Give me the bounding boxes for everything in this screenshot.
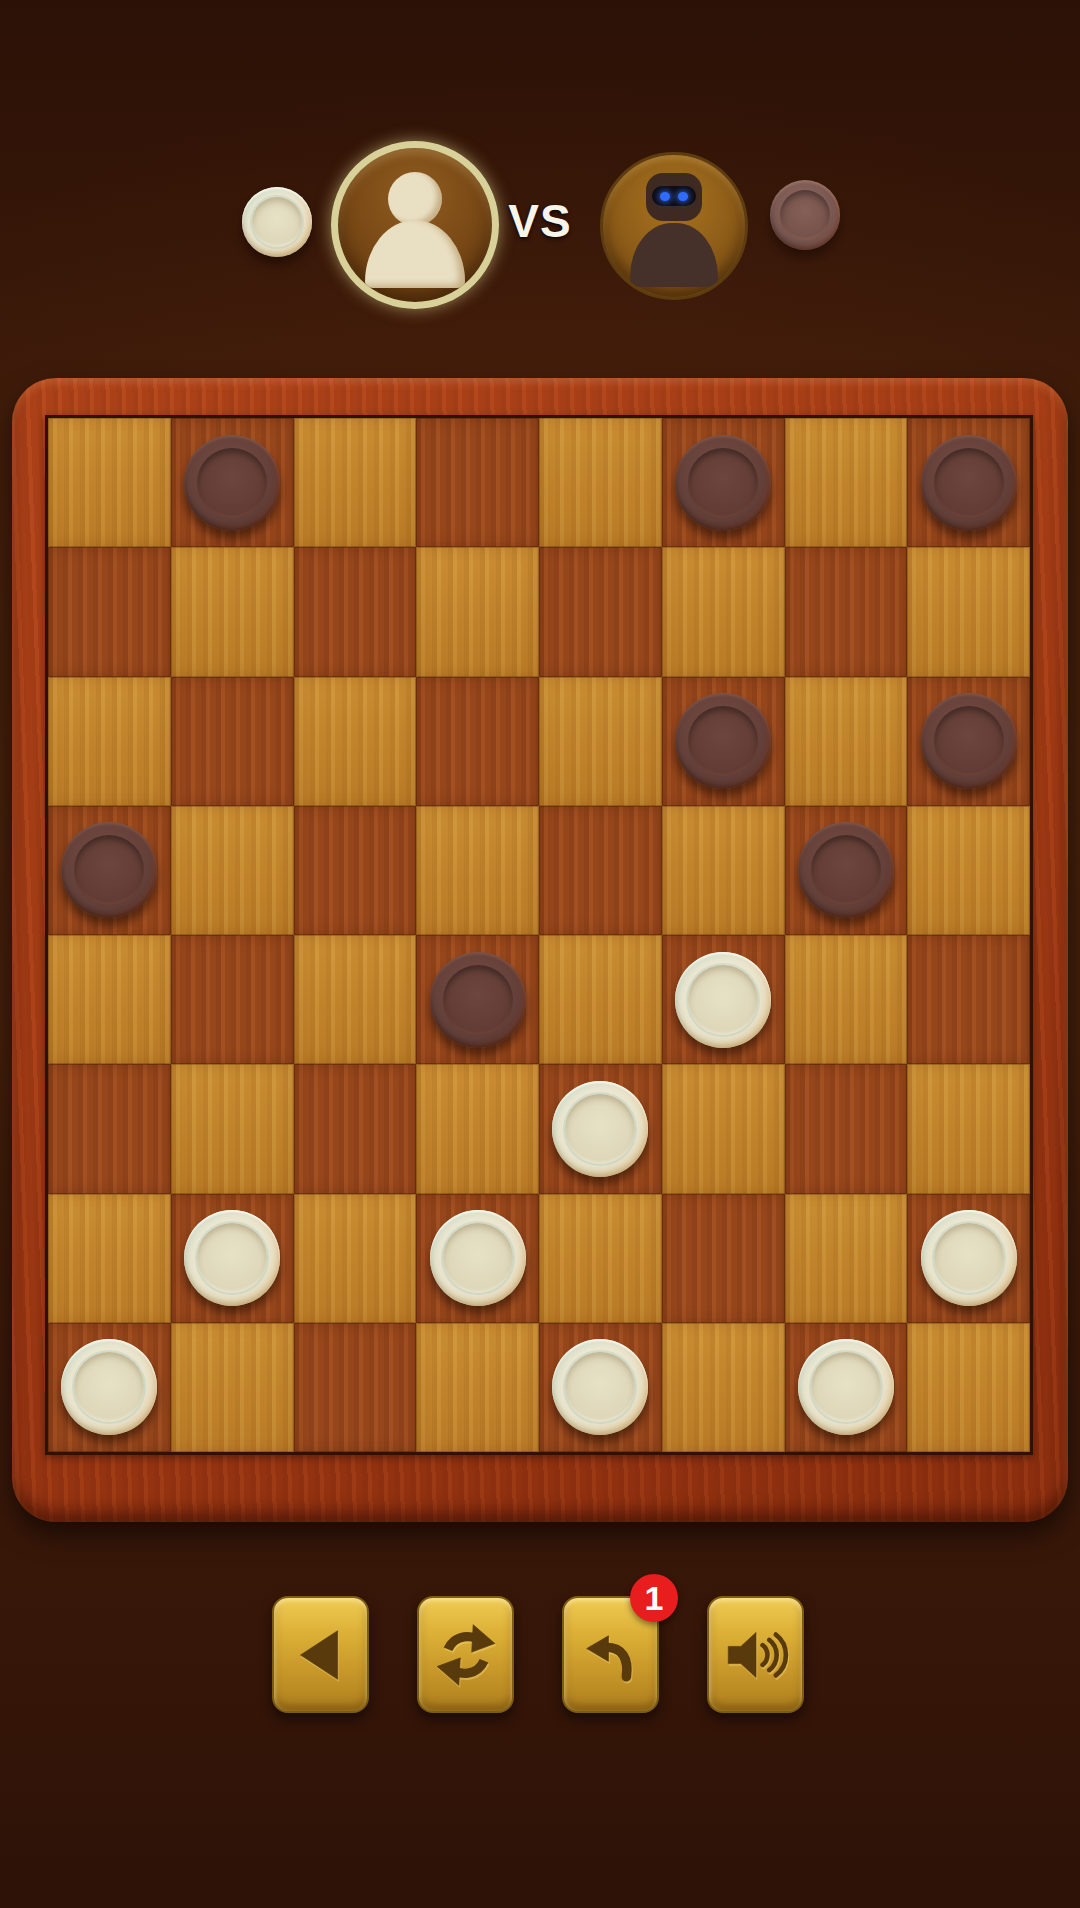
square-d2[interactable] (416, 1194, 539, 1323)
square-e8[interactable] (539, 418, 662, 547)
person-body-icon (365, 220, 465, 288)
square-e2[interactable] (539, 1194, 662, 1323)
square-g6[interactable] (785, 677, 908, 806)
square-a6[interactable] (48, 677, 171, 806)
square-d1[interactable] (416, 1323, 539, 1452)
square-h8[interactable] (907, 418, 1030, 547)
square-g4[interactable] (785, 935, 908, 1064)
square-g7[interactable] (785, 547, 908, 676)
square-a7[interactable] (48, 547, 171, 676)
dark-piece[interactable] (921, 435, 1017, 531)
square-a5[interactable] (48, 806, 171, 935)
restart-button[interactable] (417, 1596, 514, 1713)
square-a1[interactable] (48, 1323, 171, 1452)
square-g8[interactable] (785, 418, 908, 547)
white-checker-tray-piece (242, 187, 312, 257)
dark-piece[interactable] (184, 435, 280, 531)
square-b7[interactable] (171, 547, 294, 676)
square-g2[interactable] (785, 1194, 908, 1323)
square-e5[interactable] (539, 806, 662, 935)
square-f7[interactable] (662, 547, 785, 676)
white-piece[interactable] (921, 1210, 1017, 1306)
square-g5[interactable] (785, 806, 908, 935)
square-h5[interactable] (907, 806, 1030, 935)
dark-piece[interactable] (675, 435, 771, 531)
back-button[interactable] (272, 1596, 369, 1713)
square-b6[interactable] (171, 677, 294, 806)
square-b8[interactable] (171, 418, 294, 547)
square-c6[interactable] (294, 677, 417, 806)
square-b1[interactable] (171, 1323, 294, 1452)
robot-visor (652, 186, 696, 206)
dark-piece[interactable] (61, 822, 157, 918)
square-d7[interactable] (416, 547, 539, 676)
board-frame (12, 378, 1068, 1522)
square-d6[interactable] (416, 677, 539, 806)
vs-label: VS (490, 194, 590, 248)
white-piece[interactable] (184, 1210, 280, 1306)
white-piece[interactable] (552, 1339, 648, 1435)
dark-piece[interactable] (921, 693, 1017, 789)
robot-icon (646, 173, 702, 221)
square-e4[interactable] (539, 935, 662, 1064)
white-piece[interactable] (61, 1339, 157, 1435)
square-c1[interactable] (294, 1323, 417, 1452)
square-e7[interactable] (539, 547, 662, 676)
square-f8[interactable] (662, 418, 785, 547)
undo-count-badge: 1 (630, 1574, 678, 1622)
sound-button[interactable] (707, 1596, 804, 1713)
square-c2[interactable] (294, 1194, 417, 1323)
speaker-icon (723, 1622, 789, 1688)
square-b5[interactable] (171, 806, 294, 935)
dark-checker-tray-piece (770, 180, 840, 250)
white-piece[interactable] (552, 1081, 648, 1177)
dark-piece[interactable] (675, 693, 771, 789)
square-c5[interactable] (294, 806, 417, 935)
white-piece[interactable] (430, 1210, 526, 1306)
square-a8[interactable] (48, 418, 171, 547)
square-c8[interactable] (294, 418, 417, 547)
person-icon (388, 172, 442, 226)
robot-body (630, 223, 718, 287)
board-grid (45, 415, 1033, 1455)
square-h1[interactable] (907, 1323, 1030, 1452)
robot-eye (660, 192, 670, 201)
square-b2[interactable] (171, 1194, 294, 1323)
square-c3[interactable] (294, 1064, 417, 1193)
square-e6[interactable] (539, 677, 662, 806)
square-f6[interactable] (662, 677, 785, 806)
square-d8[interactable] (416, 418, 539, 547)
square-f3[interactable] (662, 1064, 785, 1193)
undo-arrow-icon (579, 1623, 643, 1687)
white-piece[interactable] (798, 1339, 894, 1435)
restart-circular-arrows-icon (430, 1619, 502, 1691)
square-a4[interactable] (48, 935, 171, 1064)
robot-eye (678, 192, 688, 201)
square-b3[interactable] (171, 1064, 294, 1193)
dark-piece[interactable] (798, 822, 894, 918)
square-h4[interactable] (907, 935, 1030, 1064)
square-f5[interactable] (662, 806, 785, 935)
square-d5[interactable] (416, 806, 539, 935)
square-b4[interactable] (171, 935, 294, 1064)
square-e1[interactable] (539, 1323, 662, 1452)
human-player-avatar (331, 141, 499, 309)
square-h3[interactable] (907, 1064, 1030, 1193)
square-g1[interactable] (785, 1323, 908, 1452)
undo-button[interactable]: 1 (562, 1596, 659, 1713)
square-f4[interactable] (662, 935, 785, 1064)
square-f1[interactable] (662, 1323, 785, 1452)
toolbar: 1 (272, 1596, 804, 1713)
square-c4[interactable] (294, 935, 417, 1064)
white-piece[interactable] (675, 952, 771, 1048)
square-c7[interactable] (294, 547, 417, 676)
square-e3[interactable] (539, 1064, 662, 1193)
square-d3[interactable] (416, 1064, 539, 1193)
square-h2[interactable] (907, 1194, 1030, 1323)
square-d4[interactable] (416, 935, 539, 1064)
game-screen: VS (0, 0, 1080, 1908)
square-a2[interactable] (48, 1194, 171, 1323)
dark-piece[interactable] (430, 952, 526, 1048)
square-a3[interactable] (48, 1064, 171, 1193)
square-g3[interactable] (785, 1064, 908, 1193)
square-f2[interactable] (662, 1194, 785, 1323)
robot-opponent-avatar (600, 152, 748, 300)
back-triangle-icon (289, 1623, 353, 1687)
square-h7[interactable] (907, 547, 1030, 676)
square-h6[interactable] (907, 677, 1030, 806)
